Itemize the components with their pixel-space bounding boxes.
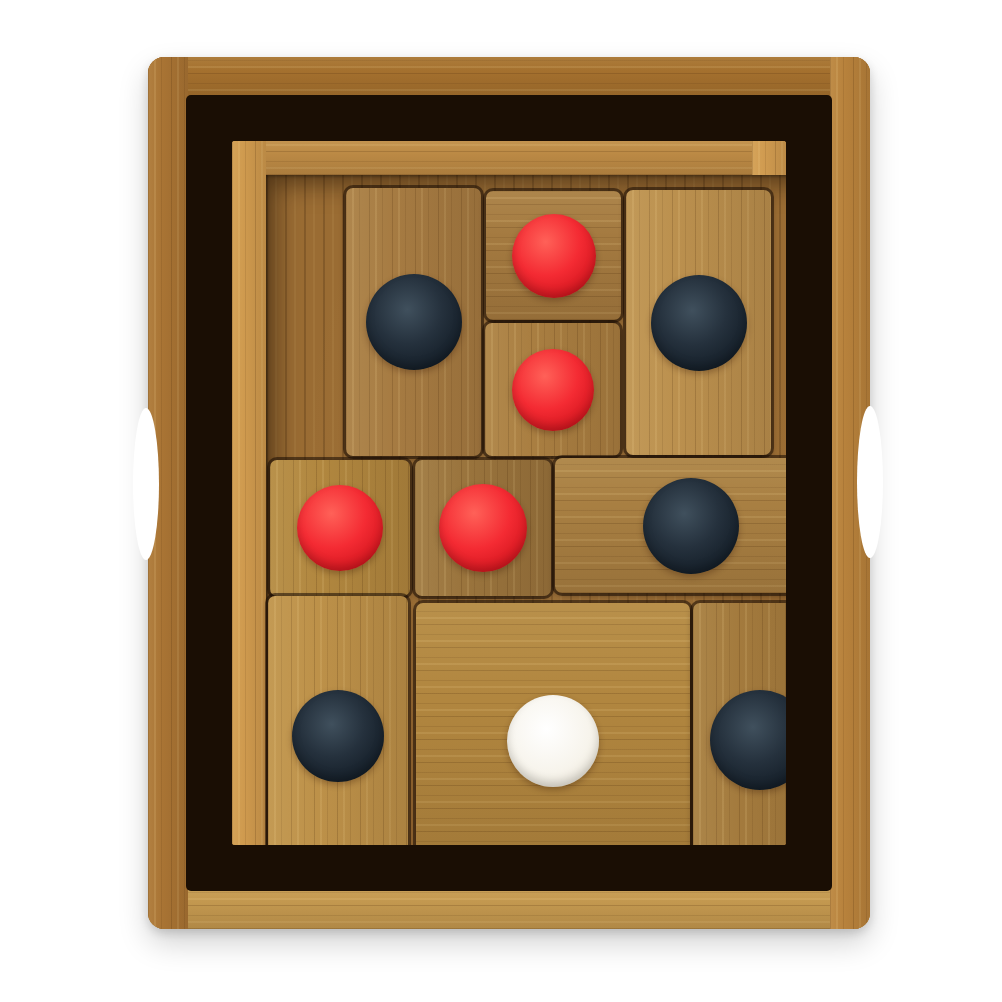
piece-S2-square-1x1[interactable] <box>485 323 620 456</box>
piece-V1-vertical-1x2[interactable] <box>346 188 481 456</box>
red-dot <box>512 214 596 298</box>
red-dot <box>512 349 594 431</box>
piece-V4-vertical-1x2[interactable] <box>693 603 786 845</box>
black-dot <box>643 478 739 574</box>
piece-H1-horizontal-2x1[interactable] <box>555 458 786 593</box>
black-dot <box>651 275 747 371</box>
tray-rim-left <box>232 141 266 845</box>
outer-box-top-wall <box>148 57 870 97</box>
piece-S3-square-1x1[interactable] <box>270 460 410 596</box>
grip-notch-right <box>857 406 883 558</box>
piece-S1-square-1x1[interactable] <box>486 191 621 320</box>
piece-V2-vertical-1x2[interactable] <box>626 190 771 455</box>
grip-notch-left <box>133 408 159 560</box>
puzzle-tray <box>232 141 786 845</box>
box-cavity-gap <box>186 95 832 891</box>
black-dot <box>292 690 384 782</box>
play-area <box>266 175 786 845</box>
white-dot <box>507 695 599 787</box>
red-dot <box>297 485 383 571</box>
tray-rim-top <box>232 141 786 175</box>
piece-V3-vertical-1x2[interactable] <box>268 596 408 845</box>
product-photo <box>0 0 1002 1002</box>
outer-box-bottom-wall <box>148 887 870 929</box>
black-dot <box>366 274 462 370</box>
piece-S4-square-1x1[interactable] <box>415 460 551 596</box>
piece-BB-big-square-2x2[interactable] <box>416 603 690 845</box>
red-dot <box>439 484 527 572</box>
black-dot <box>710 690 787 790</box>
puzzle-outer-box <box>148 57 870 929</box>
